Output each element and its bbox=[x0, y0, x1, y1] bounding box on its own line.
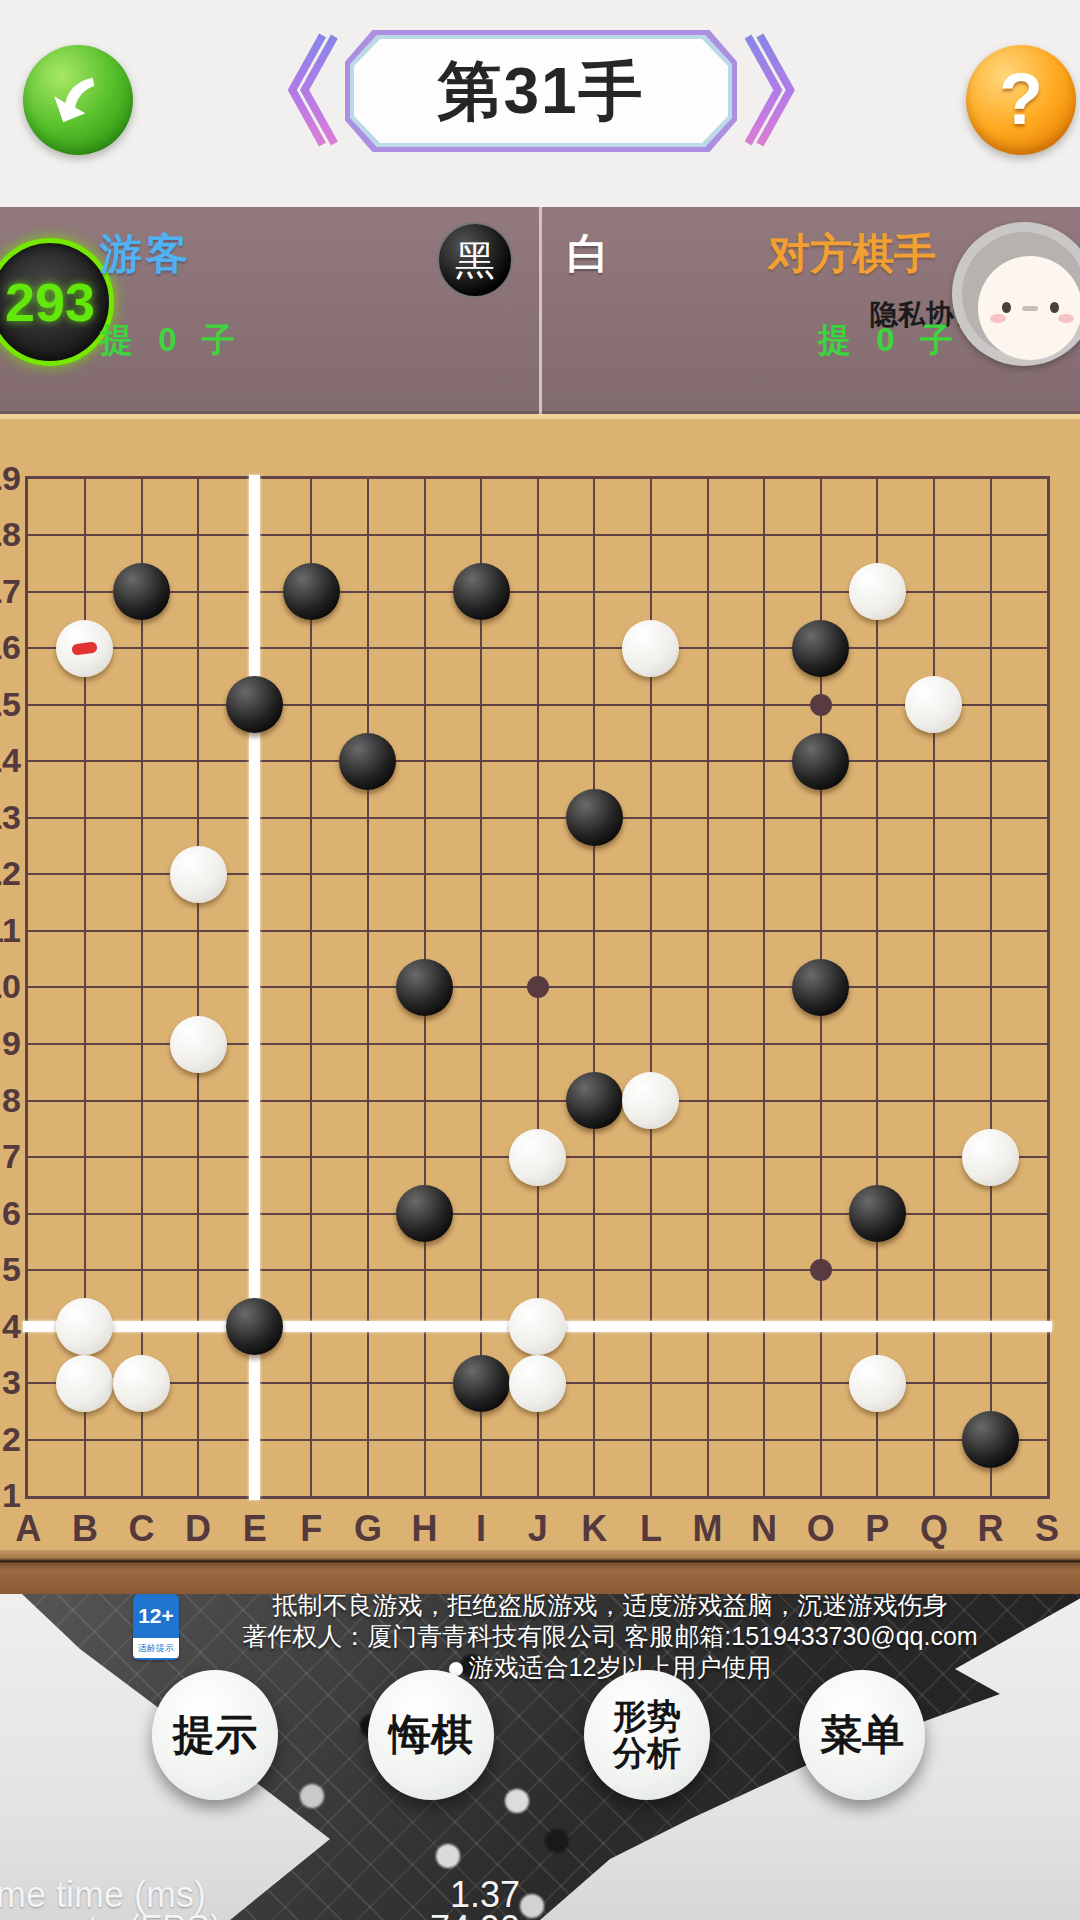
white-stone-B3 bbox=[56, 1355, 113, 1412]
white-stone-R7 bbox=[962, 1129, 1019, 1186]
title-chevron-left-icon: 《 bbox=[222, 22, 342, 160]
coord-label-column: S bbox=[1025, 1508, 1069, 1550]
coord-label-row: 15 bbox=[0, 685, 21, 724]
white-stone-P17 bbox=[849, 563, 906, 620]
player-bar-divider bbox=[539, 207, 542, 414]
coord-label-row: 17 bbox=[0, 572, 21, 611]
black-stone-O10 bbox=[792, 959, 849, 1016]
footer-panel: 12+ 适龄提示 抵制不良游戏，拒绝盗版游戏，适度游戏益脑，沉迷游戏伤身 著作权… bbox=[0, 1594, 1080, 1920]
coord-label-column: N bbox=[742, 1508, 786, 1550]
coord-label-column: J bbox=[516, 1508, 560, 1550]
black-player-name: 游客 bbox=[100, 226, 192, 282]
grid-line-vertical bbox=[933, 479, 935, 1497]
white-stone-J3 bbox=[509, 1355, 566, 1412]
coord-label-column: L bbox=[629, 1508, 673, 1550]
menu-button[interactable]: 菜单 bbox=[799, 1670, 925, 1800]
black-stone-F17 bbox=[283, 563, 340, 620]
coord-label-row: 2 bbox=[0, 1420, 21, 1459]
black-stone-K13 bbox=[566, 789, 623, 846]
coord-label-column: C bbox=[120, 1508, 164, 1550]
black-stone-O14 bbox=[792, 733, 849, 790]
coord-label-row: 5 bbox=[0, 1250, 21, 1289]
white-stone-L16 bbox=[622, 620, 679, 677]
notice-line: 游戏适合12岁以上用户使用 bbox=[110, 1652, 1080, 1683]
black-stone-P6 bbox=[849, 1185, 906, 1242]
hint-button[interactable]: 提示 bbox=[152, 1670, 278, 1800]
grid-line-horizontal bbox=[28, 1100, 1047, 1102]
last-white-move-mark bbox=[72, 641, 98, 655]
undo-button[interactable]: 悔棋 bbox=[368, 1670, 494, 1800]
star-point bbox=[810, 1259, 832, 1281]
black-stone-O16 bbox=[792, 620, 849, 677]
white-stone-B16 bbox=[56, 620, 113, 677]
white-stone-D12 bbox=[170, 846, 227, 903]
header-bar: 《 第31手 》 ? bbox=[0, 0, 1080, 207]
coord-label-column: K bbox=[572, 1508, 616, 1550]
white-color-label: 白 bbox=[567, 226, 609, 282]
back-button[interactable] bbox=[23, 45, 133, 155]
analysis-button[interactable]: 形势分析 bbox=[584, 1670, 710, 1800]
coord-label-column: Q bbox=[912, 1508, 956, 1550]
coord-label-row: 18 bbox=[0, 515, 21, 554]
coord-label-row: 3 bbox=[0, 1363, 21, 1402]
coord-label-row: 1 bbox=[0, 1476, 21, 1515]
help-button[interactable]: ? bbox=[966, 45, 1076, 155]
grid-line-horizontal bbox=[28, 1439, 1047, 1441]
white-player-name: 对方棋手 bbox=[752, 226, 952, 282]
black-color-badge: 黑 bbox=[437, 222, 513, 298]
star-point bbox=[527, 976, 549, 998]
coord-label-column: M bbox=[686, 1508, 730, 1550]
photo-stone bbox=[300, 1784, 324, 1808]
white-stone-J7 bbox=[509, 1129, 566, 1186]
coord-label-column: P bbox=[855, 1508, 899, 1550]
move-title-plaque: 第31手 bbox=[345, 30, 737, 152]
coord-label-row: 4 bbox=[0, 1307, 21, 1346]
white-stone-P3 bbox=[849, 1355, 906, 1412]
notice-line: 著作权人：厦门青青科技有限公司 客服邮箱:1519433730@qq.com bbox=[110, 1621, 1080, 1652]
black-stone-E15 bbox=[226, 676, 283, 733]
coord-label-row: 12 bbox=[0, 854, 21, 893]
coord-label-row: 14 bbox=[0, 741, 21, 780]
grid-line-vertical bbox=[707, 479, 709, 1497]
coord-label-column: B bbox=[63, 1508, 107, 1550]
coord-label-column: O bbox=[799, 1508, 843, 1550]
coord-label-row: 13 bbox=[0, 798, 21, 837]
photo-stone bbox=[545, 1829, 569, 1853]
star-point bbox=[810, 694, 832, 716]
board-edge-bar bbox=[0, 1550, 1080, 1594]
black-stone-C17 bbox=[113, 563, 170, 620]
coord-label-row: 7 bbox=[0, 1137, 21, 1176]
move-number-title: 第31手 bbox=[345, 30, 737, 152]
debug-frame-rate: Frame rate (FPS) 74.90 bbox=[0, 1908, 222, 1920]
coord-label-row: 19 bbox=[0, 459, 21, 498]
coord-label-column: H bbox=[403, 1508, 447, 1550]
coord-label-column: I bbox=[459, 1508, 503, 1550]
notice-line: 抵制不良游戏，拒绝盗版游戏，适度游戏益脑，沉迷游戏伤身 bbox=[110, 1590, 1080, 1621]
coord-label-row: 8 bbox=[0, 1081, 21, 1120]
black-stone-H10 bbox=[396, 959, 453, 1016]
go-game-screen: 《 第31手 》 ? 293 游客 提 0 子 黑 白 对方棋手 隐私协议 提 … bbox=[0, 0, 1080, 1920]
black-stone-H6 bbox=[396, 1185, 453, 1242]
photo-stone bbox=[436, 1844, 460, 1868]
grid-line-vertical bbox=[593, 479, 595, 1497]
coord-label-row: 6 bbox=[0, 1194, 21, 1233]
avatar-face bbox=[978, 256, 1080, 360]
grid-line-horizontal bbox=[28, 1269, 1047, 1271]
black-stone-K8 bbox=[566, 1072, 623, 1129]
white-stone-C3 bbox=[113, 1355, 170, 1412]
coord-label-row: 11 bbox=[0, 911, 21, 950]
coord-label-column: R bbox=[969, 1508, 1013, 1550]
black-stone-R2 bbox=[962, 1411, 1019, 1468]
anti-addiction-notice: 抵制不良游戏，拒绝盗版游戏，适度游戏益脑，沉迷游戏伤身 著作权人：厦门青青科技有… bbox=[110, 1590, 1080, 1683]
coord-label-column: D bbox=[176, 1508, 220, 1550]
black-stone-I17 bbox=[453, 563, 510, 620]
grid-line-vertical bbox=[990, 479, 992, 1497]
coord-label-column: E bbox=[233, 1508, 277, 1550]
grid-line-vertical bbox=[763, 479, 765, 1497]
black-captures-label: 提 0 子 bbox=[100, 318, 243, 363]
go-board[interactable]: ABCDEFGHIJKLMNOPQRS191817161514131211109… bbox=[0, 414, 1080, 1550]
black-stone-G14 bbox=[339, 733, 396, 790]
grid-line-vertical bbox=[876, 479, 878, 1497]
coord-label-row: 10 bbox=[0, 967, 21, 1006]
coord-label-row: 9 bbox=[0, 1024, 21, 1063]
coord-label-column: G bbox=[346, 1508, 390, 1550]
coord-label-column: F bbox=[289, 1508, 333, 1550]
coord-label-row: 16 bbox=[0, 628, 21, 667]
black-stone-I3 bbox=[453, 1355, 510, 1412]
title-chevron-right-icon: 》 bbox=[740, 22, 860, 160]
photo-stone bbox=[505, 1789, 529, 1813]
white-captures-label: 提 0 子 bbox=[818, 318, 961, 363]
photo-stone bbox=[520, 1894, 544, 1918]
white-stone-D9 bbox=[170, 1016, 227, 1073]
